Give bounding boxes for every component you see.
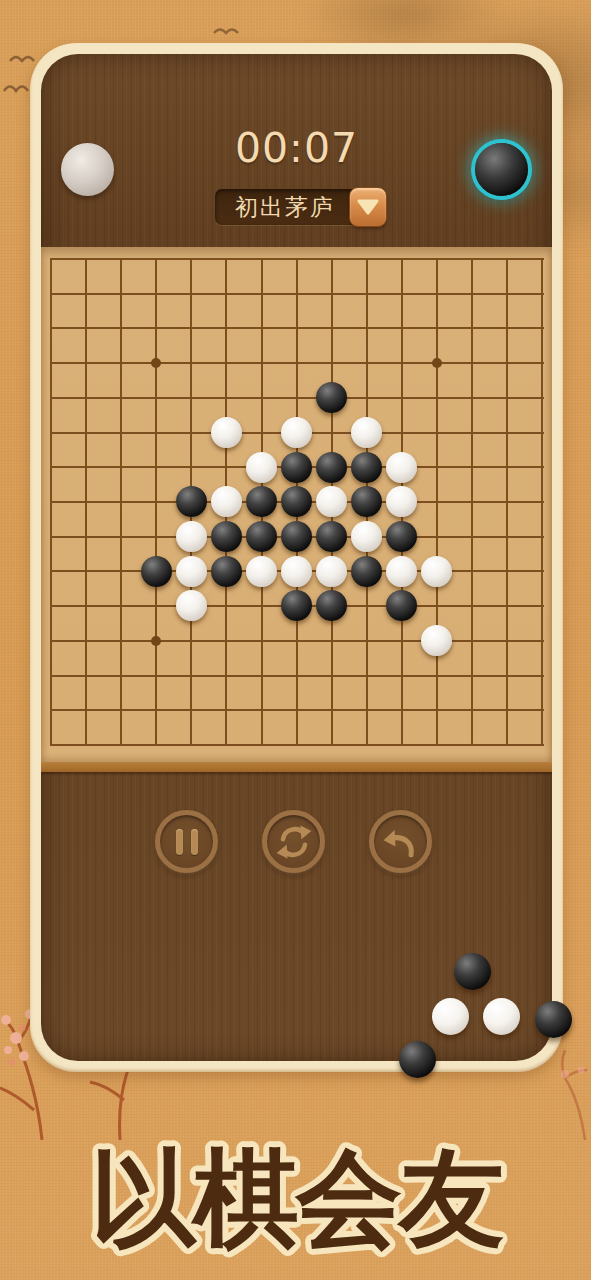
decor-stone-black	[399, 1041, 436, 1078]
stone-black	[281, 521, 312, 552]
board-cell[interactable]	[174, 693, 209, 728]
board-cell	[279, 589, 314, 624]
board-cell[interactable]	[454, 727, 489, 762]
board-cell[interactable]	[41, 450, 69, 485]
board-cell[interactable]	[419, 450, 454, 485]
board-cell[interactable]	[209, 658, 244, 693]
board-cell[interactable]	[279, 727, 314, 762]
board-cell[interactable]	[349, 727, 384, 762]
board-cell[interactable]	[104, 346, 139, 381]
board-cell[interactable]	[209, 380, 244, 415]
board-divider	[41, 762, 552, 772]
board-cell[interactable]	[244, 415, 279, 450]
board-cell[interactable]	[41, 415, 69, 450]
board-cell[interactable]	[41, 658, 69, 693]
board-cell[interactable]	[314, 311, 349, 346]
board-cell[interactable]	[244, 589, 279, 624]
board-cell[interactable]	[139, 485, 174, 520]
board-cell[interactable]	[104, 589, 139, 624]
board-cell[interactable]	[454, 276, 489, 311]
board-cell[interactable]	[419, 658, 454, 693]
board-cell[interactable]	[174, 311, 209, 346]
board-cell[interactable]	[69, 554, 104, 589]
board-cell[interactable]	[349, 346, 384, 381]
stone-black	[351, 486, 382, 517]
board-cell[interactable]	[209, 346, 244, 381]
board-cell[interactable]	[349, 589, 384, 624]
board-cell	[279, 554, 314, 589]
board-cell[interactable]	[490, 658, 525, 693]
board-cell[interactable]	[69, 242, 104, 277]
board-cell[interactable]	[244, 311, 279, 346]
board-cell[interactable]	[384, 693, 419, 728]
board-cell[interactable]	[139, 380, 174, 415]
board-cell[interactable]	[454, 380, 489, 415]
board-cell	[174, 519, 209, 554]
board-cell[interactable]	[209, 276, 244, 311]
board-cell[interactable]	[139, 242, 174, 277]
board-cell	[279, 415, 314, 450]
board-cell[interactable]	[525, 485, 552, 520]
board-cell	[314, 554, 349, 589]
stone-black	[316, 382, 347, 413]
board-cell[interactable]	[314, 346, 349, 381]
slogan-text: 以棋会友	[90, 1137, 504, 1260]
board-cell[interactable]	[174, 450, 209, 485]
board-grid	[41, 242, 552, 763]
board-cell	[314, 485, 349, 520]
board-cell[interactable]	[525, 693, 552, 728]
board-cell[interactable]	[525, 346, 552, 381]
stone-black	[211, 521, 242, 552]
board-cell[interactable]	[41, 623, 69, 658]
board-cell[interactable]	[139, 519, 174, 554]
board-cell[interactable]	[525, 554, 552, 589]
board-cell[interactable]	[174, 276, 209, 311]
board-cell[interactable]	[314, 242, 349, 277]
board-cell	[349, 450, 384, 485]
board-cell[interactable]	[41, 242, 69, 277]
board-cell	[314, 519, 349, 554]
board-cell[interactable]	[349, 380, 384, 415]
board-cell[interactable]	[419, 380, 454, 415]
board-cell[interactable]	[69, 346, 104, 381]
board-cell[interactable]	[349, 623, 384, 658]
stone-black	[281, 452, 312, 483]
board-cell[interactable]	[419, 311, 454, 346]
board-cell[interactable]	[104, 693, 139, 728]
board-cell[interactable]	[104, 450, 139, 485]
board-cell[interactable]	[244, 276, 279, 311]
board-cell[interactable]	[244, 693, 279, 728]
board-cell[interactable]	[174, 623, 209, 658]
board-cell	[209, 519, 244, 554]
board-cell[interactable]	[139, 727, 174, 762]
restart-button[interactable]	[262, 810, 325, 873]
board-cell[interactable]	[525, 589, 552, 624]
board-cell[interactable]	[69, 589, 104, 624]
board-cell[interactable]	[174, 242, 209, 277]
board-cell[interactable]	[525, 415, 552, 450]
app-slogan: 以棋会友	[0, 1108, 591, 1280]
board-cell[interactable]	[69, 380, 104, 415]
board-cell[interactable]	[454, 485, 489, 520]
board-cell[interactable]	[454, 693, 489, 728]
board-cell[interactable]	[104, 658, 139, 693]
board-cell[interactable]	[279, 380, 314, 415]
stone-white	[176, 521, 207, 552]
board-cell[interactable]	[490, 311, 525, 346]
board-cell[interactable]	[244, 346, 279, 381]
board-cell	[314, 589, 349, 624]
stone-white	[421, 625, 452, 656]
decor-stone-white	[432, 998, 469, 1035]
board-cell[interactable]	[139, 693, 174, 728]
board-cell[interactable]	[41, 589, 69, 624]
stone-black	[211, 556, 242, 587]
board-cell[interactable]	[490, 450, 525, 485]
board-cell[interactable]	[139, 589, 174, 624]
stone-black	[246, 521, 277, 552]
board-cell[interactable]	[419, 693, 454, 728]
board-cell	[384, 485, 419, 520]
board-cell	[349, 554, 384, 589]
board-cell	[384, 589, 419, 624]
board-cell[interactable]	[525, 450, 552, 485]
board-cell[interactable]	[490, 346, 525, 381]
game-frame: 00:07 初出茅庐	[30, 43, 563, 1072]
board-cell[interactable]	[279, 276, 314, 311]
stone-black	[351, 556, 382, 587]
board-cell	[314, 450, 349, 485]
stone-white	[281, 556, 312, 587]
stone-white	[281, 417, 312, 448]
board-cell[interactable]	[454, 658, 489, 693]
board-cell[interactable]	[525, 242, 552, 277]
board-cell[interactable]	[41, 311, 69, 346]
board-cell[interactable]	[139, 415, 174, 450]
board-cell[interactable]	[174, 658, 209, 693]
board-cell	[244, 519, 279, 554]
board-cell	[244, 485, 279, 520]
board-cell[interactable]	[349, 276, 384, 311]
board-cell[interactable]	[104, 623, 139, 658]
stone-white	[176, 590, 207, 621]
board-cell	[209, 485, 244, 520]
board-cell[interactable]	[490, 485, 525, 520]
board-cell[interactable]	[454, 415, 489, 450]
board-cell[interactable]	[419, 242, 454, 277]
board-cell[interactable]	[384, 415, 419, 450]
board-cell	[279, 519, 314, 554]
board-cell[interactable]	[419, 485, 454, 520]
board-cell[interactable]	[69, 450, 104, 485]
board-cell	[314, 380, 349, 415]
board-cell[interactable]	[279, 242, 314, 277]
board-cell[interactable]	[209, 589, 244, 624]
stone-white	[386, 556, 417, 587]
board-cell[interactable]	[41, 380, 69, 415]
stone-white	[351, 521, 382, 552]
board-cell[interactable]	[525, 519, 552, 554]
board-cell[interactable]	[104, 727, 139, 762]
board-cell[interactable]	[384, 623, 419, 658]
board-cell[interactable]	[209, 693, 244, 728]
board-cell[interactable]	[454, 554, 489, 589]
board-cell	[209, 554, 244, 589]
app-screen: 00:07 初出茅庐	[0, 0, 591, 1280]
stone-black	[316, 452, 347, 483]
board-cell[interactable]	[384, 346, 419, 381]
board-cell[interactable]	[69, 276, 104, 311]
board-cell[interactable]	[41, 346, 69, 381]
stone-black	[246, 486, 277, 517]
board-cell[interactable]	[104, 242, 139, 277]
board-cell[interactable]	[419, 346, 454, 381]
stone-white	[176, 556, 207, 587]
board-cell[interactable]	[490, 589, 525, 624]
board-cell[interactable]	[69, 658, 104, 693]
pause-icon	[176, 829, 198, 855]
board-cell[interactable]	[384, 276, 419, 311]
board-cell[interactable]	[454, 311, 489, 346]
stone-white	[316, 556, 347, 587]
stone-white	[386, 486, 417, 517]
board-cell[interactable]	[69, 693, 104, 728]
board-cell[interactable]	[314, 415, 349, 450]
board-cell[interactable]	[139, 623, 174, 658]
board-cell[interactable]	[419, 415, 454, 450]
board-cell[interactable]	[384, 727, 419, 762]
board-cell[interactable]	[349, 242, 384, 277]
board-cell[interactable]	[454, 346, 489, 381]
board-cell[interactable]	[104, 276, 139, 311]
board-cell[interactable]	[490, 276, 525, 311]
stone-white	[211, 486, 242, 517]
decor-stone-black	[535, 1001, 572, 1038]
board-cell[interactable]	[209, 623, 244, 658]
board-cell[interactable]	[454, 450, 489, 485]
board-cell[interactable]	[104, 415, 139, 450]
board-cell[interactable]	[279, 658, 314, 693]
stone-black	[281, 486, 312, 517]
decor-stone-black	[454, 953, 491, 990]
restart-icon	[272, 820, 316, 864]
board-cell[interactable]	[41, 693, 69, 728]
board-cell[interactable]	[525, 380, 552, 415]
board-cell[interactable]	[139, 346, 174, 381]
board-cell[interactable]	[279, 623, 314, 658]
board-cell[interactable]	[525, 311, 552, 346]
stone-white	[246, 556, 277, 587]
board-cell[interactable]	[69, 311, 104, 346]
stone-black	[386, 590, 417, 621]
board-cell[interactable]	[314, 693, 349, 728]
board-cell	[419, 554, 454, 589]
board-cell[interactable]	[419, 727, 454, 762]
stone-white	[211, 417, 242, 448]
board-cell[interactable]	[244, 727, 279, 762]
undo-icon	[379, 820, 423, 864]
stone-black	[351, 452, 382, 483]
board-cell[interactable]	[104, 311, 139, 346]
board-cell[interactable]	[244, 242, 279, 277]
board-cell[interactable]	[384, 380, 419, 415]
board-cell[interactable]	[139, 311, 174, 346]
board-cell[interactable]	[454, 519, 489, 554]
board-cell[interactable]	[314, 623, 349, 658]
board-cell[interactable]	[244, 623, 279, 658]
board-cell	[349, 415, 384, 450]
stone-white	[421, 556, 452, 587]
board-cell[interactable]	[490, 623, 525, 658]
board-cell[interactable]	[69, 485, 104, 520]
board-cell[interactable]	[525, 276, 552, 311]
board-cell[interactable]	[209, 242, 244, 277]
board-cell[interactable]	[490, 519, 525, 554]
board-cell[interactable]	[314, 276, 349, 311]
stone-white	[386, 452, 417, 483]
stone-white	[246, 452, 277, 483]
board-cell[interactable]	[525, 658, 552, 693]
board-cell[interactable]	[209, 311, 244, 346]
board-cell	[349, 519, 384, 554]
board-cell[interactable]	[419, 589, 454, 624]
board-cell[interactable]	[69, 623, 104, 658]
board-cell[interactable]	[349, 311, 384, 346]
board-cell[interactable]	[174, 346, 209, 381]
board-cell[interactable]	[490, 380, 525, 415]
board-cell[interactable]	[244, 658, 279, 693]
board-cell	[174, 589, 209, 624]
board-cell[interactable]	[525, 623, 552, 658]
board-cell	[244, 554, 279, 589]
decor-stone-white	[483, 998, 520, 1035]
board-cell[interactable]	[314, 658, 349, 693]
down-triangle-icon	[357, 198, 379, 216]
board-cell[interactable]	[419, 276, 454, 311]
board-cell[interactable]	[174, 727, 209, 762]
board-cell	[349, 485, 384, 520]
board-cell[interactable]	[349, 693, 384, 728]
undo-button[interactable]	[369, 810, 432, 873]
board-cell[interactable]	[454, 242, 489, 277]
board-cell[interactable]	[490, 727, 525, 762]
board-cell[interactable]	[41, 276, 69, 311]
stone-black	[316, 590, 347, 621]
board-cell[interactable]	[174, 415, 209, 450]
board-cell[interactable]	[349, 658, 384, 693]
board-cell[interactable]	[139, 658, 174, 693]
board-cell[interactable]	[490, 242, 525, 277]
board-cell	[244, 450, 279, 485]
stone-white	[351, 417, 382, 448]
board-cell[interactable]	[279, 346, 314, 381]
board-cell[interactable]	[41, 727, 69, 762]
board-cell[interactable]	[244, 380, 279, 415]
difficulty-dropdown[interactable]: 初出茅庐	[215, 189, 385, 225]
board-cell[interactable]	[209, 450, 244, 485]
dropdown-button[interactable]	[349, 187, 387, 227]
board-cell	[384, 519, 419, 554]
board-cell[interactable]	[104, 519, 139, 554]
board-cell[interactable]	[279, 311, 314, 346]
board-cell[interactable]	[69, 519, 104, 554]
board-cell[interactable]	[454, 623, 489, 658]
board-cell	[174, 554, 209, 589]
board-cell	[419, 623, 454, 658]
board-cell[interactable]	[490, 415, 525, 450]
stone-black	[316, 521, 347, 552]
board-cell[interactable]	[69, 415, 104, 450]
board-cell	[174, 485, 209, 520]
board-cell	[279, 450, 314, 485]
board-cell[interactable]	[41, 485, 69, 520]
board-cell[interactable]	[104, 485, 139, 520]
difficulty-label: 初出茅庐	[215, 189, 355, 225]
board-cell[interactable]	[209, 727, 244, 762]
stone-black	[386, 521, 417, 552]
board-cell[interactable]	[104, 554, 139, 589]
black-player-avatar-active	[475, 143, 528, 196]
board-cell[interactable]	[139, 276, 174, 311]
wood-panel: 00:07 初出茅庐	[41, 54, 552, 1061]
board-cell[interactable]	[139, 450, 174, 485]
board-cell[interactable]	[419, 519, 454, 554]
board-cell	[209, 415, 244, 450]
board-cell	[279, 485, 314, 520]
board-cell[interactable]	[174, 380, 209, 415]
board-cell[interactable]	[41, 519, 69, 554]
board-cell[interactable]	[454, 589, 489, 624]
board-cell[interactable]	[41, 554, 69, 589]
stone-black	[176, 486, 207, 517]
board-cell[interactable]	[314, 727, 349, 762]
board-cell[interactable]	[525, 727, 552, 762]
board-cell	[384, 450, 419, 485]
board-cell[interactable]	[490, 554, 525, 589]
stone-white	[316, 486, 347, 517]
board-cell[interactable]	[384, 242, 419, 277]
board-cell[interactable]	[384, 311, 419, 346]
board-cell[interactable]	[279, 693, 314, 728]
board-cell	[139, 554, 174, 589]
stone-black	[281, 590, 312, 621]
board-cell[interactable]	[69, 727, 104, 762]
board-cell[interactable]	[384, 658, 419, 693]
stone-black	[141, 556, 172, 587]
board-cell	[384, 554, 419, 589]
pause-button[interactable]	[155, 810, 218, 873]
board-cell[interactable]	[104, 380, 139, 415]
board-cell[interactable]	[490, 693, 525, 728]
